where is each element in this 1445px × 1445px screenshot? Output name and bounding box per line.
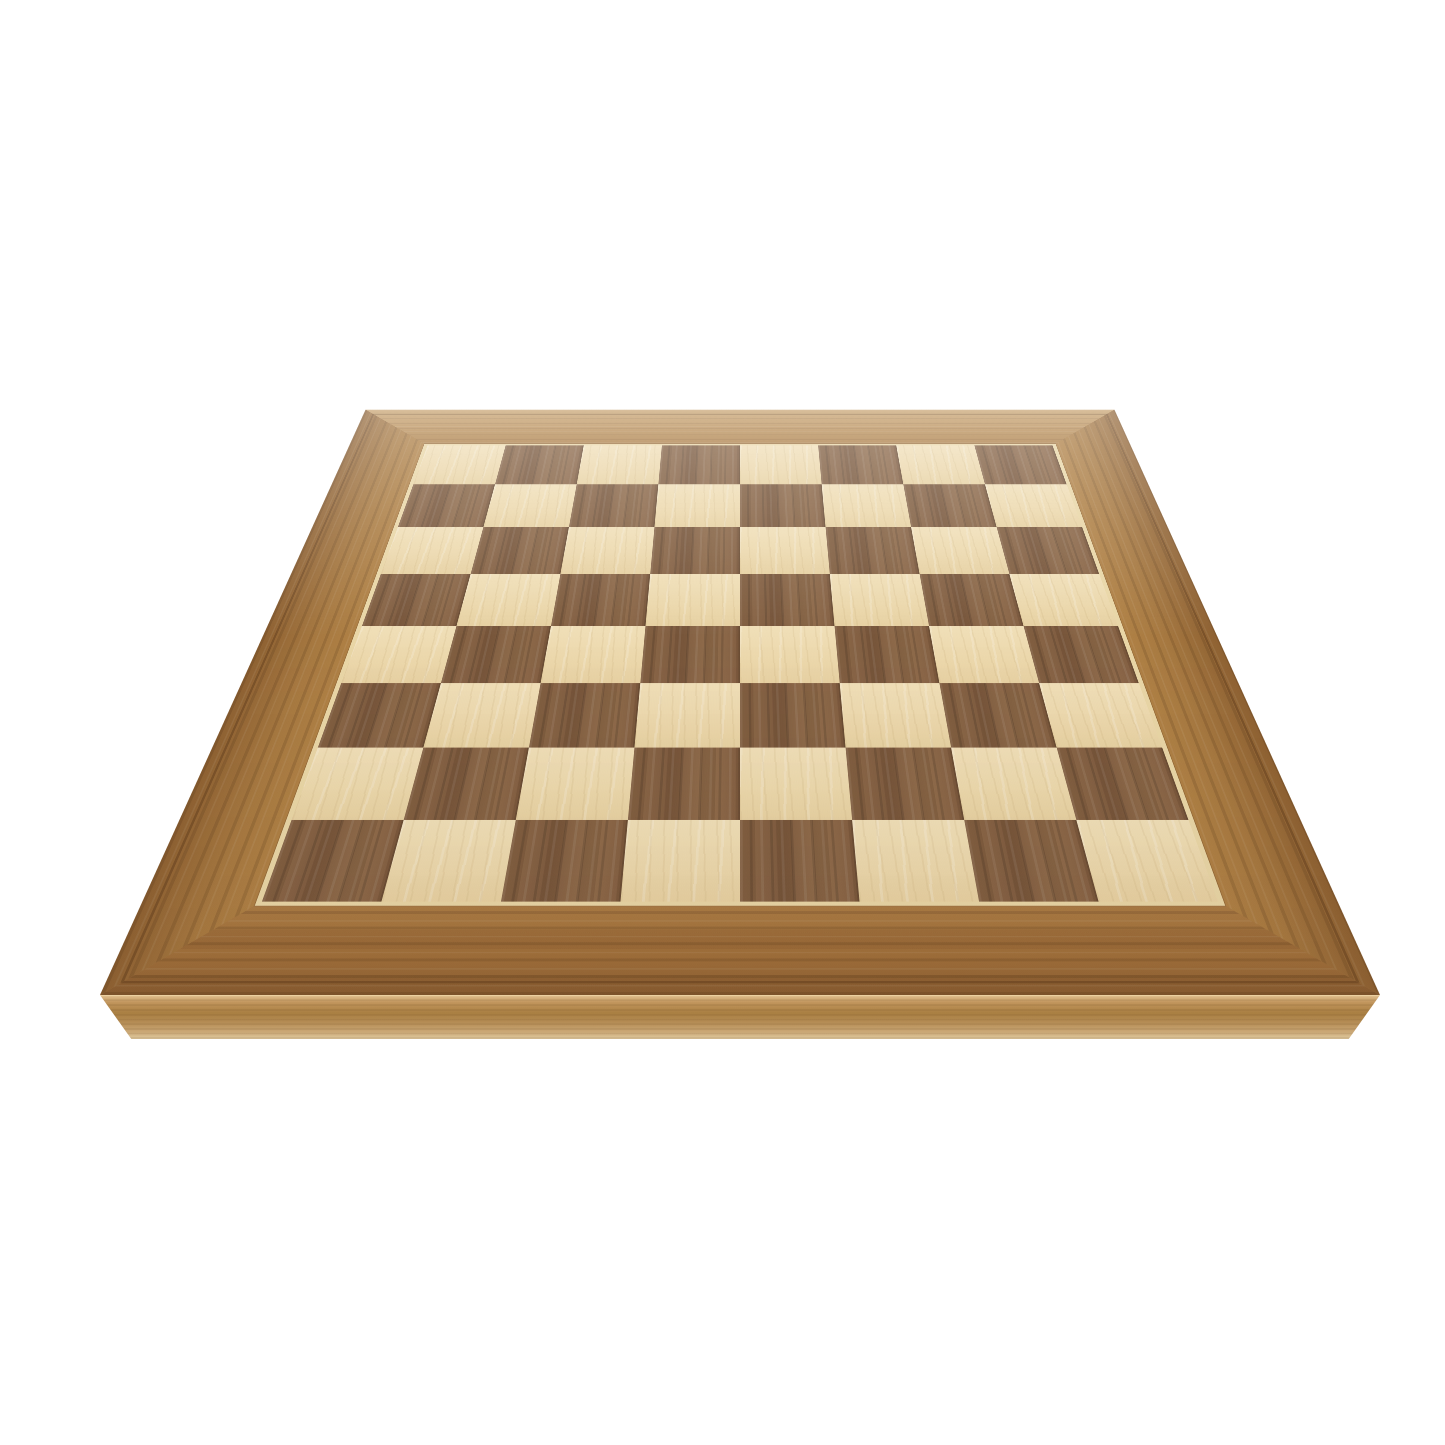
square-a1 bbox=[262, 820, 404, 902]
square-g4 bbox=[929, 626, 1039, 684]
square-a7 bbox=[398, 484, 495, 527]
square-a2 bbox=[292, 748, 424, 820]
square-g6 bbox=[911, 527, 1009, 574]
playing-field-maple-inlay bbox=[255, 444, 1225, 906]
square-b5 bbox=[457, 574, 561, 626]
square-g2 bbox=[951, 748, 1076, 820]
chessboard-scene bbox=[100, 0, 1380, 995]
square-b2 bbox=[404, 748, 529, 820]
square-d4 bbox=[640, 626, 740, 684]
square-h7 bbox=[985, 484, 1082, 527]
square-c3 bbox=[529, 683, 640, 747]
chessboard bbox=[100, 410, 1380, 995]
square-h8 bbox=[974, 445, 1066, 484]
square-f8 bbox=[818, 445, 903, 484]
squares-grid bbox=[262, 445, 1218, 901]
square-h3 bbox=[1039, 683, 1162, 747]
square-b8 bbox=[495, 445, 584, 484]
square-g5 bbox=[920, 574, 1024, 626]
square-a6 bbox=[381, 527, 484, 574]
square-g1 bbox=[964, 820, 1098, 902]
page-background: { "game": "chess", "scene": "product pho… bbox=[0, 0, 1445, 1445]
square-h5 bbox=[1009, 574, 1118, 626]
square-a8 bbox=[413, 445, 505, 484]
board-front-edge-face bbox=[100, 995, 1380, 1039]
square-c2 bbox=[516, 748, 635, 820]
square-b1 bbox=[381, 820, 515, 902]
square-g3 bbox=[939, 683, 1056, 747]
square-e7 bbox=[740, 484, 826, 527]
square-e1 bbox=[740, 820, 860, 902]
square-h1 bbox=[1076, 820, 1218, 902]
square-a5 bbox=[362, 574, 471, 626]
square-c5 bbox=[551, 574, 650, 626]
square-a4 bbox=[341, 626, 456, 684]
square-h6 bbox=[997, 527, 1100, 574]
square-g7 bbox=[903, 484, 996, 527]
square-b4 bbox=[441, 626, 551, 684]
square-h4 bbox=[1023, 626, 1138, 684]
square-d3 bbox=[634, 683, 740, 747]
square-c8 bbox=[577, 445, 662, 484]
square-f4 bbox=[834, 626, 939, 684]
square-e6 bbox=[740, 527, 830, 574]
square-f2 bbox=[846, 748, 965, 820]
square-d5 bbox=[646, 574, 740, 626]
square-b3 bbox=[423, 683, 540, 747]
square-e8 bbox=[740, 445, 822, 484]
square-e2 bbox=[740, 748, 852, 820]
square-d1 bbox=[620, 820, 740, 902]
square-f5 bbox=[830, 574, 929, 626]
square-b7 bbox=[483, 484, 576, 527]
square-b6 bbox=[471, 527, 569, 574]
square-a3 bbox=[318, 683, 441, 747]
square-d8 bbox=[658, 445, 740, 484]
square-f3 bbox=[840, 683, 951, 747]
square-f6 bbox=[826, 527, 920, 574]
square-g8 bbox=[896, 445, 985, 484]
square-e4 bbox=[740, 626, 840, 684]
square-f7 bbox=[822, 484, 911, 527]
square-d6 bbox=[650, 527, 740, 574]
square-d7 bbox=[654, 484, 740, 527]
chessboard-top-face bbox=[100, 410, 1380, 995]
square-e5 bbox=[740, 574, 834, 626]
square-c4 bbox=[541, 626, 646, 684]
square-c6 bbox=[560, 527, 654, 574]
square-e3 bbox=[740, 683, 846, 747]
square-d2 bbox=[628, 748, 740, 820]
square-h2 bbox=[1057, 748, 1189, 820]
square-c1 bbox=[501, 820, 628, 902]
square-c7 bbox=[569, 484, 658, 527]
square-f1 bbox=[852, 820, 979, 902]
